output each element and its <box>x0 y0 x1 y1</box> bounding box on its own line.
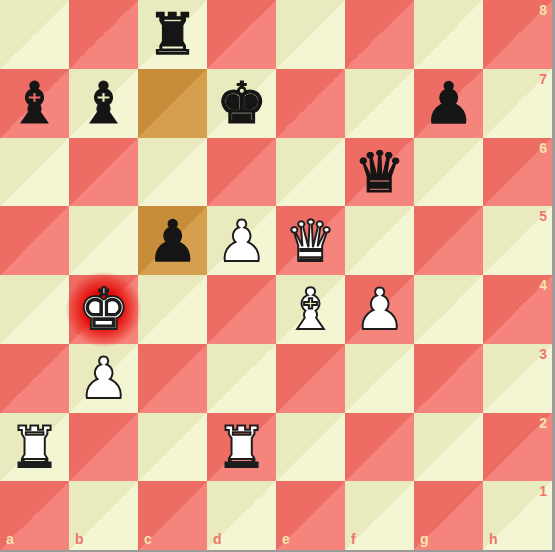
square-h7[interactable]: 7 <box>483 69 552 138</box>
square-a3[interactable] <box>0 344 69 413</box>
file-label-a: a <box>6 531 14 547</box>
square-c8[interactable]: ♜ <box>138 0 207 69</box>
square-c6[interactable] <box>138 138 207 207</box>
square-a2[interactable]: ♜ <box>0 413 69 482</box>
black-king[interactable]: ♚ <box>216 69 267 137</box>
square-g8[interactable] <box>414 0 483 69</box>
square-b8[interactable] <box>69 0 138 69</box>
square-e7[interactable] <box>276 69 345 138</box>
square-b4[interactable]: ♚ <box>69 275 138 344</box>
square-c3[interactable] <box>138 344 207 413</box>
file-label-c: c <box>144 531 152 547</box>
chess-board: ♜8♝♝♚♟7♛6♟♟♛5♚♝♟4♟3♜♜2abcdefg1h <box>0 0 552 550</box>
black-bishop[interactable]: ♝ <box>78 69 129 137</box>
white-king[interactable]: ♚ <box>78 275 129 343</box>
file-label-h: h <box>489 531 498 547</box>
square-d7[interactable]: ♚ <box>207 69 276 138</box>
square-e4[interactable]: ♝ <box>276 275 345 344</box>
square-h8[interactable]: 8 <box>483 0 552 69</box>
square-b2[interactable] <box>69 413 138 482</box>
square-a7[interactable]: ♝ <box>0 69 69 138</box>
file-label-g: g <box>420 531 429 547</box>
white-queen[interactable]: ♛ <box>285 207 336 275</box>
white-pawn[interactable]: ♟ <box>216 207 267 275</box>
white-pawn[interactable]: ♟ <box>354 275 405 343</box>
square-d2[interactable]: ♜ <box>207 413 276 482</box>
square-f2[interactable] <box>345 413 414 482</box>
square-g3[interactable] <box>414 344 483 413</box>
square-h5[interactable]: 5 <box>483 206 552 275</box>
white-rook[interactable]: ♜ <box>9 413 60 481</box>
square-h2[interactable]: 2 <box>483 413 552 482</box>
square-d8[interactable] <box>207 0 276 69</box>
square-c2[interactable] <box>138 413 207 482</box>
square-d1[interactable]: d <box>207 481 276 550</box>
square-a5[interactable] <box>0 206 69 275</box>
square-f4[interactable]: ♟ <box>345 275 414 344</box>
square-h3[interactable]: 3 <box>483 344 552 413</box>
square-b7[interactable]: ♝ <box>69 69 138 138</box>
file-label-b: b <box>75 531 84 547</box>
square-b3[interactable]: ♟ <box>69 344 138 413</box>
rank-label-6: 6 <box>539 140 547 156</box>
square-a6[interactable] <box>0 138 69 207</box>
square-e6[interactable] <box>276 138 345 207</box>
square-c7[interactable] <box>138 69 207 138</box>
square-d6[interactable] <box>207 138 276 207</box>
square-g2[interactable] <box>414 413 483 482</box>
square-g5[interactable] <box>414 206 483 275</box>
square-e5[interactable]: ♛ <box>276 206 345 275</box>
square-e3[interactable] <box>276 344 345 413</box>
square-d4[interactable] <box>207 275 276 344</box>
rank-label-4: 4 <box>539 277 547 293</box>
white-rook[interactable]: ♜ <box>216 413 267 481</box>
square-f8[interactable] <box>345 0 414 69</box>
black-rook[interactable]: ♜ <box>147 0 198 68</box>
file-label-e: e <box>282 531 290 547</box>
rank-label-2: 2 <box>539 415 547 431</box>
square-a8[interactable] <box>0 0 69 69</box>
square-c1[interactable]: c <box>138 481 207 550</box>
square-g4[interactable] <box>414 275 483 344</box>
rank-label-5: 5 <box>539 208 547 224</box>
square-e2[interactable] <box>276 413 345 482</box>
square-b5[interactable] <box>69 206 138 275</box>
file-label-f: f <box>351 531 356 547</box>
square-a1[interactable]: a <box>0 481 69 550</box>
black-bishop[interactable]: ♝ <box>9 69 60 137</box>
white-pawn[interactable]: ♟ <box>78 344 129 412</box>
square-c4[interactable] <box>138 275 207 344</box>
square-f5[interactable] <box>345 206 414 275</box>
file-label-d: d <box>213 531 222 547</box>
black-queen[interactable]: ♛ <box>354 138 405 206</box>
square-f7[interactable] <box>345 69 414 138</box>
square-d5[interactable]: ♟ <box>207 206 276 275</box>
square-g1[interactable]: g <box>414 481 483 550</box>
square-f6[interactable]: ♛ <box>345 138 414 207</box>
square-e8[interactable] <box>276 0 345 69</box>
black-pawn[interactable]: ♟ <box>423 69 474 137</box>
white-bishop[interactable]: ♝ <box>285 275 336 343</box>
square-g7[interactable]: ♟ <box>414 69 483 138</box>
square-d3[interactable] <box>207 344 276 413</box>
square-h4[interactable]: 4 <box>483 275 552 344</box>
rank-label-1: 1 <box>539 483 547 499</box>
rank-label-3: 3 <box>539 346 547 362</box>
square-a4[interactable] <box>0 275 69 344</box>
rank-label-7: 7 <box>539 71 547 87</box>
rank-label-8: 8 <box>539 2 547 18</box>
square-e1[interactable]: e <box>276 481 345 550</box>
square-g6[interactable] <box>414 138 483 207</box>
square-h6[interactable]: 6 <box>483 138 552 207</box>
square-f1[interactable]: f <box>345 481 414 550</box>
square-h1[interactable]: 1h <box>483 481 552 550</box>
black-pawn[interactable]: ♟ <box>147 207 198 275</box>
square-f3[interactable] <box>345 344 414 413</box>
square-b6[interactable] <box>69 138 138 207</box>
square-b1[interactable]: b <box>69 481 138 550</box>
square-c5[interactable]: ♟ <box>138 206 207 275</box>
